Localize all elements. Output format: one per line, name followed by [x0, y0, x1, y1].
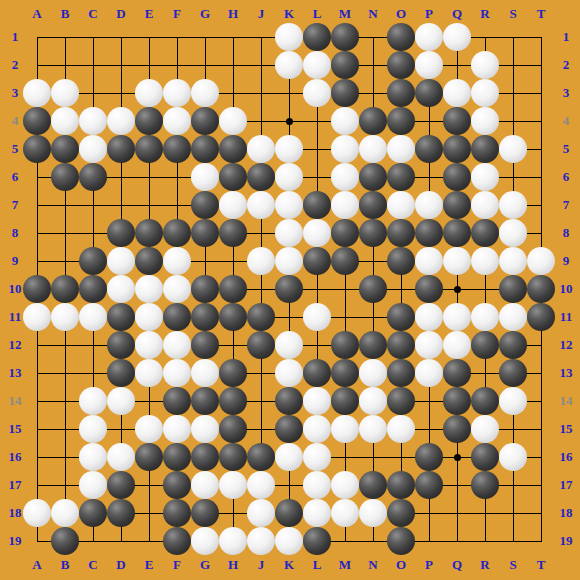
row-label-right-2: 2: [553, 57, 579, 73]
intersection-C13[interactable]: [79, 359, 107, 387]
column-label-top-F: F: [164, 6, 190, 22]
intersection-A7[interactable]: [23, 191, 51, 219]
column-label-top-B: B: [52, 6, 78, 22]
white-stone-R15: [471, 415, 499, 443]
white-stone-P12: [415, 331, 443, 359]
white-stone-E13: [135, 359, 163, 387]
white-stone-G19: [191, 527, 219, 555]
white-stone-L14: [303, 387, 331, 415]
intersection-F1[interactable]: [163, 23, 191, 51]
intersection-L4[interactable]: [303, 107, 331, 135]
black-stone-T10: [527, 275, 555, 303]
intersection-A17[interactable]: [23, 471, 51, 499]
white-stone-G17: [191, 471, 219, 499]
intersection-L5[interactable]: [303, 135, 331, 163]
black-stone-G10: [191, 275, 219, 303]
intersection-T19[interactable]: [527, 527, 555, 555]
black-stone-Q4: [443, 107, 471, 135]
intersection-E14[interactable]: [135, 387, 163, 415]
intersection-P18[interactable]: [415, 499, 443, 527]
intersection-C12[interactable]: [79, 331, 107, 359]
intersection-P6[interactable]: [415, 163, 443, 191]
intersection-H3[interactable]: [219, 79, 247, 107]
intersection-K11[interactable]: [275, 303, 303, 331]
black-stone-O13: [387, 359, 415, 387]
intersection-T3[interactable]: [527, 79, 555, 107]
intersection-Q18[interactable]: [443, 499, 471, 527]
white-stone-P13: [415, 359, 443, 387]
black-stone-O11: [387, 303, 415, 331]
intersection-B8[interactable]: [51, 219, 79, 247]
black-stone-G18: [191, 499, 219, 527]
row-label-right-12: 12: [553, 337, 579, 353]
intersection-D3[interactable]: [107, 79, 135, 107]
black-stone-D5: [107, 135, 135, 163]
intersection-E19[interactable]: [135, 527, 163, 555]
intersection-F7[interactable]: [163, 191, 191, 219]
intersection-R10[interactable]: [471, 275, 499, 303]
intersection-J8[interactable]: [247, 219, 275, 247]
intersection-S4[interactable]: [499, 107, 527, 135]
intersection-A13[interactable]: [23, 359, 51, 387]
black-stone-M13: [331, 359, 359, 387]
black-stone-M12: [331, 331, 359, 359]
black-stone-B10: [51, 275, 79, 303]
intersection-T5[interactable]: [527, 135, 555, 163]
intersection-T17[interactable]: [527, 471, 555, 499]
intersection-R1[interactable]: [471, 23, 499, 51]
column-label-bottom-N: N: [360, 557, 386, 573]
black-stone-G12: [191, 331, 219, 359]
intersection-B15[interactable]: [51, 415, 79, 443]
white-stone-E10: [135, 275, 163, 303]
intersection-O16[interactable]: [387, 443, 415, 471]
intersection-T1[interactable]: [527, 23, 555, 51]
intersection-P15[interactable]: [415, 415, 443, 443]
white-stone-L8: [303, 219, 331, 247]
intersection-D19[interactable]: [107, 527, 135, 555]
intersection-S19[interactable]: [499, 527, 527, 555]
intersection-E17[interactable]: [135, 471, 163, 499]
intersection-F2[interactable]: [163, 51, 191, 79]
white-stone-S14: [499, 387, 527, 415]
intersection-B1[interactable]: [51, 23, 79, 51]
white-stone-M7: [331, 191, 359, 219]
intersection-H1[interactable]: [219, 23, 247, 51]
intersection-A8[interactable]: [23, 219, 51, 247]
black-stone-R14: [471, 387, 499, 415]
intersection-J2[interactable]: [247, 51, 275, 79]
intersection-J4[interactable]: [247, 107, 275, 135]
intersection-A1[interactable]: [23, 23, 51, 51]
intersection-E18[interactable]: [135, 499, 163, 527]
black-stone-G5: [191, 135, 219, 163]
black-stone-J6: [247, 163, 275, 191]
black-stone-S12: [499, 331, 527, 359]
column-label-top-O: O: [388, 6, 414, 22]
intersection-A12[interactable]: [23, 331, 51, 359]
white-stone-B11: [51, 303, 79, 331]
intersection-J14[interactable]: [247, 387, 275, 415]
intersection-A14[interactable]: [23, 387, 51, 415]
white-stone-C11: [79, 303, 107, 331]
black-stone-L13: [303, 359, 331, 387]
intersection-A2[interactable]: [23, 51, 51, 79]
intersection-T6[interactable]: [527, 163, 555, 191]
intersection-C19[interactable]: [79, 527, 107, 555]
black-stone-F8: [163, 219, 191, 247]
intersection-B16[interactable]: [51, 443, 79, 471]
black-stone-G7: [191, 191, 219, 219]
intersection-S18[interactable]: [499, 499, 527, 527]
intersection-E7[interactable]: [135, 191, 163, 219]
intersection-A19[interactable]: [23, 527, 51, 555]
white-stone-R6: [471, 163, 499, 191]
white-stone-L16: [303, 443, 331, 471]
intersection-N1[interactable]: [359, 23, 387, 51]
black-stone-L9: [303, 247, 331, 275]
intersection-B17[interactable]: [51, 471, 79, 499]
column-label-bottom-S: S: [500, 557, 526, 573]
intersection-N19[interactable]: [359, 527, 387, 555]
intersection-J3[interactable]: [247, 79, 275, 107]
intersection-J13[interactable]: [247, 359, 275, 387]
white-stone-B18: [51, 499, 79, 527]
intersection-L12[interactable]: [303, 331, 331, 359]
intersection-R18[interactable]: [471, 499, 499, 527]
intersection-B2[interactable]: [51, 51, 79, 79]
white-stone-K1: [275, 23, 303, 51]
intersection-H9[interactable]: [219, 247, 247, 275]
intersection-T12[interactable]: [527, 331, 555, 359]
white-stone-R9: [471, 247, 499, 275]
intersection-N9[interactable]: [359, 247, 387, 275]
intersection-C2[interactable]: [79, 51, 107, 79]
black-stone-F19: [163, 527, 191, 555]
column-label-bottom-R: R: [472, 557, 498, 573]
white-stone-N18: [359, 499, 387, 527]
black-stone-P3: [415, 79, 443, 107]
black-stone-Q13: [443, 359, 471, 387]
intersection-T8[interactable]: [527, 219, 555, 247]
intersection-K4[interactable]: [275, 107, 303, 135]
intersection-D15[interactable]: [107, 415, 135, 443]
black-stone-R5: [471, 135, 499, 163]
intersection-N11[interactable]: [359, 303, 387, 331]
intersection-H18[interactable]: [219, 499, 247, 527]
intersection-T18[interactable]: [527, 499, 555, 527]
black-stone-N10: [359, 275, 387, 303]
intersection-S2[interactable]: [499, 51, 527, 79]
intersection-N2[interactable]: [359, 51, 387, 79]
intersection-T4[interactable]: [527, 107, 555, 135]
white-stone-A11: [23, 303, 51, 331]
black-stone-C6: [79, 163, 107, 191]
white-stone-K5: [275, 135, 303, 163]
column-label-top-J: J: [248, 6, 274, 22]
intersection-T15[interactable]: [527, 415, 555, 443]
intersection-A6[interactable]: [23, 163, 51, 191]
intersection-E6[interactable]: [135, 163, 163, 191]
white-stone-B4: [51, 107, 79, 135]
white-stone-M17: [331, 471, 359, 499]
black-stone-F11: [163, 303, 191, 331]
white-stone-F3: [163, 79, 191, 107]
white-stone-F12: [163, 331, 191, 359]
intersection-K3[interactable]: [275, 79, 303, 107]
black-stone-L1: [303, 23, 331, 51]
white-stone-L11: [303, 303, 331, 331]
intersection-S6[interactable]: [499, 163, 527, 191]
white-stone-S7: [499, 191, 527, 219]
intersection-M16[interactable]: [331, 443, 359, 471]
intersection-S17[interactable]: [499, 471, 527, 499]
white-stone-J9: [247, 247, 275, 275]
column-label-top-M: M: [332, 6, 358, 22]
intersection-C7[interactable]: [79, 191, 107, 219]
white-stone-R11: [471, 303, 499, 331]
intersection-G2[interactable]: [191, 51, 219, 79]
intersection-P19[interactable]: [415, 527, 443, 555]
white-stone-D9: [107, 247, 135, 275]
column-label-bottom-P: P: [416, 557, 442, 573]
white-stone-O7: [387, 191, 415, 219]
white-stone-J5: [247, 135, 275, 163]
black-stone-R16: [471, 443, 499, 471]
black-stone-P8: [415, 219, 443, 247]
intersection-M10[interactable]: [331, 275, 359, 303]
black-stone-O9: [387, 247, 415, 275]
intersection-H12[interactable]: [219, 331, 247, 359]
intersection-T13[interactable]: [527, 359, 555, 387]
black-stone-M9: [331, 247, 359, 275]
intersection-T14[interactable]: [527, 387, 555, 415]
column-label-bottom-B: B: [52, 557, 78, 573]
intersection-Q2[interactable]: [443, 51, 471, 79]
column-label-top-D: D: [108, 6, 134, 22]
black-stone-R17: [471, 471, 499, 499]
black-stone-Q7: [443, 191, 471, 219]
black-stone-E8: [135, 219, 163, 247]
white-stone-S8: [499, 219, 527, 247]
column-label-top-G: G: [192, 6, 218, 22]
intersection-B7[interactable]: [51, 191, 79, 219]
row-label-right-18: 18: [553, 505, 579, 521]
intersection-L6[interactable]: [303, 163, 331, 191]
black-stone-N6: [359, 163, 387, 191]
black-stone-M1: [331, 23, 359, 51]
white-stone-C14: [79, 387, 107, 415]
white-stone-E12: [135, 331, 163, 359]
intersection-N3[interactable]: [359, 79, 387, 107]
intersection-S15[interactable]: [499, 415, 527, 443]
black-stone-C18: [79, 499, 107, 527]
white-stone-R2: [471, 51, 499, 79]
black-stone-D12: [107, 331, 135, 359]
white-stone-S16: [499, 443, 527, 471]
black-stone-O18: [387, 499, 415, 527]
column-label-top-T: T: [528, 6, 554, 22]
black-stone-G16: [191, 443, 219, 471]
intersection-A9[interactable]: [23, 247, 51, 275]
black-stone-D11: [107, 303, 135, 331]
intersection-K17[interactable]: [275, 471, 303, 499]
intersection-A15[interactable]: [23, 415, 51, 443]
intersection-B9[interactable]: [51, 247, 79, 275]
black-stone-L7: [303, 191, 331, 219]
intersection-J10[interactable]: [247, 275, 275, 303]
intersection-B13[interactable]: [51, 359, 79, 387]
white-stone-Q3: [443, 79, 471, 107]
intersection-J1[interactable]: [247, 23, 275, 51]
black-stone-G11: [191, 303, 219, 331]
black-stone-O3: [387, 79, 415, 107]
black-stone-M3: [331, 79, 359, 107]
intersection-M11[interactable]: [331, 303, 359, 331]
intersection-P14[interactable]: [415, 387, 443, 415]
row-label-right-17: 17: [553, 477, 579, 493]
white-stone-M5: [331, 135, 359, 163]
intersection-H2[interactable]: [219, 51, 247, 79]
intersection-F6[interactable]: [163, 163, 191, 191]
black-stone-M8: [331, 219, 359, 247]
white-stone-G6: [191, 163, 219, 191]
intersection-C8[interactable]: [79, 219, 107, 247]
black-stone-O19: [387, 527, 415, 555]
white-stone-R4: [471, 107, 499, 135]
intersection-G1[interactable]: [191, 23, 219, 51]
black-stone-O8: [387, 219, 415, 247]
black-stone-O4: [387, 107, 415, 135]
intersection-C1[interactable]: [79, 23, 107, 51]
black-stone-B5: [51, 135, 79, 163]
black-stone-N7: [359, 191, 387, 219]
intersection-O10[interactable]: [387, 275, 415, 303]
black-stone-S10: [499, 275, 527, 303]
intersection-D1[interactable]: [107, 23, 135, 51]
row-label-right-8: 8: [553, 225, 579, 241]
column-label-bottom-J: J: [248, 557, 274, 573]
column-label-top-R: R: [472, 6, 498, 22]
intersection-Q17[interactable]: [443, 471, 471, 499]
white-stone-J19: [247, 527, 275, 555]
black-stone-E9: [135, 247, 163, 275]
column-label-bottom-K: K: [276, 557, 302, 573]
intersection-M19[interactable]: [331, 527, 359, 555]
black-stone-H8: [219, 219, 247, 247]
white-stone-M18: [331, 499, 359, 527]
black-stone-R8: [471, 219, 499, 247]
white-stone-C4: [79, 107, 107, 135]
white-stone-P2: [415, 51, 443, 79]
column-label-bottom-H: H: [220, 557, 246, 573]
column-label-bottom-F: F: [164, 557, 190, 573]
row-label-right-1: 1: [553, 29, 579, 45]
black-stone-M2: [331, 51, 359, 79]
black-stone-F5: [163, 135, 191, 163]
white-stone-K12: [275, 331, 303, 359]
intersection-E2[interactable]: [135, 51, 163, 79]
white-stone-J7: [247, 191, 275, 219]
intersection-P4[interactable]: [415, 107, 443, 135]
intersection-B12[interactable]: [51, 331, 79, 359]
black-stone-G14: [191, 387, 219, 415]
white-stone-C5: [79, 135, 107, 163]
white-stone-E3: [135, 79, 163, 107]
black-stone-K15: [275, 415, 303, 443]
white-stone-F10: [163, 275, 191, 303]
intersection-S1[interactable]: [499, 23, 527, 51]
intersection-J15[interactable]: [247, 415, 275, 443]
white-stone-S5: [499, 135, 527, 163]
white-stone-K7: [275, 191, 303, 219]
white-stone-K2: [275, 51, 303, 79]
white-stone-A3: [23, 79, 51, 107]
black-stone-K14: [275, 387, 303, 415]
column-label-top-N: N: [360, 6, 386, 22]
white-stone-F13: [163, 359, 191, 387]
intersection-E1[interactable]: [135, 23, 163, 51]
white-stone-J17: [247, 471, 275, 499]
intersection-R19[interactable]: [471, 527, 499, 555]
black-stone-N17: [359, 471, 387, 499]
go-board[interactable]: AABBCCDDEEFFGGHHJJKKLLMMNNOOPPQQRRSSTT11…: [0, 0, 580, 580]
black-stone-O14: [387, 387, 415, 415]
intersection-B14[interactable]: [51, 387, 79, 415]
intersection-S3[interactable]: [499, 79, 527, 107]
white-stone-M6: [331, 163, 359, 191]
intersection-A16[interactable]: [23, 443, 51, 471]
column-label-top-Q: Q: [444, 6, 470, 22]
column-label-bottom-Q: Q: [444, 557, 470, 573]
black-stone-Q6: [443, 163, 471, 191]
black-stone-B19: [51, 527, 79, 555]
intersection-R13[interactable]: [471, 359, 499, 387]
intersection-C3[interactable]: [79, 79, 107, 107]
intersection-D7[interactable]: [107, 191, 135, 219]
column-label-top-H: H: [220, 6, 246, 22]
intersection-T7[interactable]: [527, 191, 555, 219]
intersection-N16[interactable]: [359, 443, 387, 471]
column-label-bottom-D: D: [108, 557, 134, 573]
white-stone-G13: [191, 359, 219, 387]
white-stone-O15: [387, 415, 415, 443]
intersection-D6[interactable]: [107, 163, 135, 191]
black-stone-N12: [359, 331, 387, 359]
white-stone-C17: [79, 471, 107, 499]
black-stone-Q8: [443, 219, 471, 247]
column-label-top-E: E: [136, 6, 162, 22]
white-stone-M15: [331, 415, 359, 443]
white-stone-Q11: [443, 303, 471, 331]
black-stone-D8: [107, 219, 135, 247]
intersection-D2[interactable]: [107, 51, 135, 79]
white-stone-D10: [107, 275, 135, 303]
intersection-Q19[interactable]: [443, 527, 471, 555]
white-stone-F15: [163, 415, 191, 443]
intersection-Q10[interactable]: [443, 275, 471, 303]
column-label-bottom-O: O: [388, 557, 414, 573]
intersection-T16[interactable]: [527, 443, 555, 471]
white-stone-L3: [303, 79, 331, 107]
intersection-L10[interactable]: [303, 275, 331, 303]
intersection-Q16[interactable]: [443, 443, 471, 471]
white-stone-K19: [275, 527, 303, 555]
black-stone-D18: [107, 499, 135, 527]
intersection-T2[interactable]: [527, 51, 555, 79]
white-stone-J18: [247, 499, 275, 527]
intersection-G9[interactable]: [191, 247, 219, 275]
